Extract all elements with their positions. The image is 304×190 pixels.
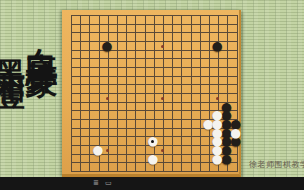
white-stone-S6: ● <box>231 129 240 138</box>
white-stone-J3: ● <box>148 155 157 164</box>
danmaku-panel-icon[interactable]: ▭ <box>105 180 112 187</box>
last-move-marker <box>151 140 154 143</box>
star-point <box>102 146 111 155</box>
white-stone-C4: ● <box>93 146 102 155</box>
white-stone-J5: ● <box>148 137 157 146</box>
black-stone-Q16: ● <box>213 42 222 51</box>
white-stone-Q4: ● <box>213 146 222 155</box>
black-stone: ● <box>221 153 232 166</box>
white-player-name: 白辜梓豪 <box>26 22 58 46</box>
white-stone: ● <box>148 153 159 166</box>
white-stone-Q6: ● <box>213 129 222 138</box>
white-stone-Q7: ● <box>213 120 222 129</box>
watermark: 徐老师围棋教学 <box>249 159 304 170</box>
white-stone-Q3: ● <box>213 155 222 164</box>
playlist-icon[interactable]: ≣ <box>93 180 99 187</box>
black-stone-S7: ● <box>231 120 240 129</box>
black-stone: ● <box>212 40 223 53</box>
star-point-dot <box>161 149 164 152</box>
star-point <box>158 146 167 155</box>
star-point <box>158 42 167 51</box>
star-point <box>102 94 111 103</box>
board-intersections: ●●●●●●●●●●●●●●●●●●●●●● <box>75 16 250 180</box>
black-player-name: 黑卞相壹 <box>0 36 25 64</box>
black-stone-R9: ● <box>222 103 231 112</box>
star-point-dot <box>216 97 219 100</box>
black-stone-R5: ● <box>222 137 231 146</box>
black-stone-R8: ● <box>222 111 231 120</box>
black-stone-R6: ● <box>222 129 231 138</box>
black-stone-S5: ● <box>231 137 240 146</box>
black-stone-D16: ● <box>102 42 111 51</box>
star-point <box>213 94 222 103</box>
black-stone-R3: ● <box>222 155 231 164</box>
star-point-dot <box>106 97 109 100</box>
white-stone-P7: ● <box>204 120 213 129</box>
star-point <box>158 94 167 103</box>
black-stone-R7: ● <box>222 120 231 129</box>
video-frame: 黑卞相壹 白辜梓豪 ●●●●●●●●●●●●●●●●●●●●●● 徐老师围棋教学… <box>0 0 304 190</box>
white-stone: ● <box>212 153 223 166</box>
player-bar: ≣ ▭ <box>0 177 304 190</box>
black-stone: ● <box>102 40 113 53</box>
star-point-dot <box>161 45 164 48</box>
board-grid-lines: ●●●●●●●●●●●●●●●●●●●●●● <box>71 15 238 172</box>
white-stone-Q5: ● <box>213 137 222 146</box>
star-point-dot <box>106 149 109 152</box>
star-point-dot <box>161 97 164 100</box>
go-board: ●●●●●●●●●●●●●●●●●●●●●● <box>62 10 241 177</box>
white-stone: ● <box>92 144 103 157</box>
black-stone-R4: ● <box>222 146 231 155</box>
white-stone-Q8: ● <box>213 111 222 120</box>
